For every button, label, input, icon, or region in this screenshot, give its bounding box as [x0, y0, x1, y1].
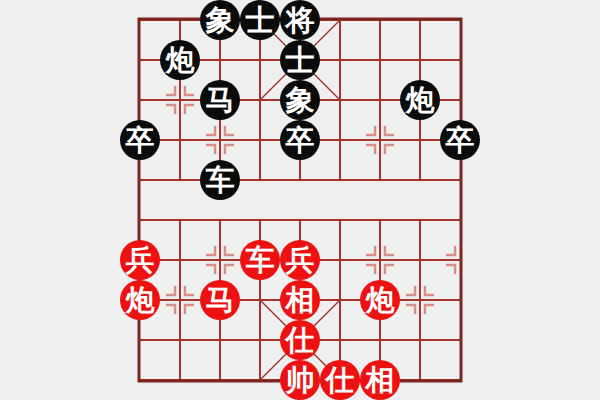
piece-red-cannon[interactable]: 炮	[120, 280, 160, 320]
piece-black-soldier[interactable]: 卒	[280, 120, 320, 160]
piece-black-advisor[interactable]: 士	[280, 40, 320, 80]
piece-black-horse[interactable]: 马	[200, 80, 240, 120]
piece-red-chariot[interactable]: 车	[240, 240, 280, 280]
piece-black-soldier[interactable]: 卒	[440, 120, 480, 160]
piece-black-general[interactable]: 将	[280, 0, 320, 40]
piece-red-cannon[interactable]: 炮	[360, 280, 400, 320]
piece-red-advisor[interactable]: 仕	[320, 360, 360, 400]
piece-red-horse[interactable]: 马	[200, 280, 240, 320]
piece-red-general[interactable]: 帅	[280, 360, 320, 400]
piece-black-advisor[interactable]: 士	[240, 0, 280, 40]
piece-red-advisor[interactable]: 仕	[280, 320, 320, 360]
pieces-grid: 象士将炮士马象炮卒卒卒车兵车兵炮马相炮仕帅仕相	[120, 0, 480, 400]
piece-red-elephant[interactable]: 相	[280, 280, 320, 320]
piece-red-elephant[interactable]: 相	[360, 360, 400, 400]
piece-black-cannon[interactable]: 炮	[160, 40, 200, 80]
xiangqi-app: 象士将炮士马象炮卒卒卒车兵车兵炮马相炮仕帅仕相	[0, 0, 600, 400]
piece-black-soldier[interactable]: 卒	[120, 120, 160, 160]
piece-red-soldier[interactable]: 兵	[120, 240, 160, 280]
piece-red-soldier[interactable]: 兵	[280, 240, 320, 280]
piece-black-elephant[interactable]: 象	[200, 0, 240, 40]
piece-black-cannon[interactable]: 炮	[400, 80, 440, 120]
piece-black-chariot[interactable]: 车	[200, 160, 240, 200]
piece-black-elephant[interactable]: 象	[280, 80, 320, 120]
